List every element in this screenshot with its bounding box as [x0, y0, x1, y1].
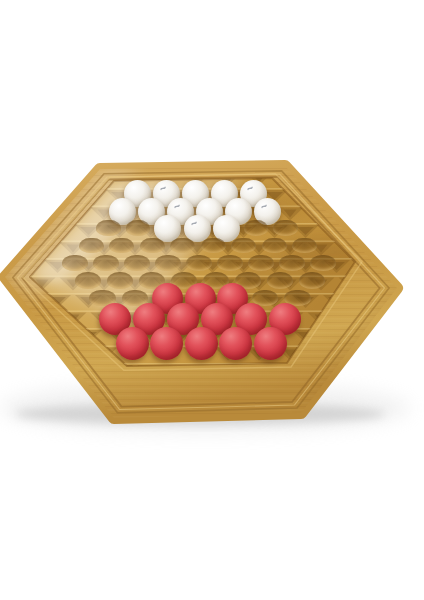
red-marble[interactable]	[116, 327, 149, 360]
cell-a4[interactable]	[218, 324, 253, 363]
red-marble[interactable]	[254, 327, 287, 360]
cell-a3[interactable]	[184, 324, 219, 363]
cell-a1[interactable]	[115, 324, 150, 363]
cell-a2[interactable]	[149, 324, 184, 363]
board-row-a	[115, 324, 288, 363]
red-marble[interactable]	[185, 327, 218, 360]
red-marble[interactable]	[150, 327, 183, 360]
photo-scene: ~~~~~	[0, 0, 424, 600]
cell-a5[interactable]	[253, 324, 288, 363]
abalone-grid: ~~~~~	[0, 0, 424, 600]
red-marble[interactable]	[219, 327, 252, 360]
